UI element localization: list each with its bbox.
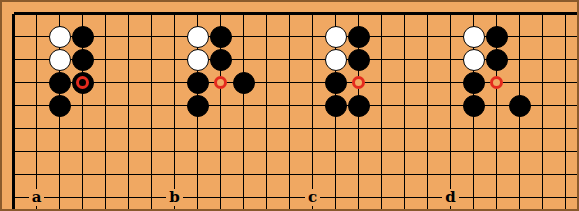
intersection xyxy=(2,163,25,186)
intersection xyxy=(186,48,209,71)
intersection xyxy=(531,25,554,48)
intersection xyxy=(347,2,370,25)
intersection xyxy=(554,48,577,71)
intersection xyxy=(370,94,393,117)
go-board-grid: abcd xyxy=(2,2,577,209)
intersection xyxy=(48,163,71,186)
intersection xyxy=(25,71,48,94)
intersection xyxy=(416,117,439,140)
intersection xyxy=(485,140,508,163)
intersection xyxy=(140,25,163,48)
intersection xyxy=(462,2,485,25)
intersection xyxy=(393,25,416,48)
intersection xyxy=(462,140,485,163)
intersection xyxy=(393,163,416,186)
intersection xyxy=(439,48,462,71)
intersection xyxy=(255,163,278,186)
intersection xyxy=(117,2,140,25)
label-a: a xyxy=(29,189,45,206)
intersection xyxy=(554,140,577,163)
intersection xyxy=(324,140,347,163)
intersection xyxy=(554,71,577,94)
intersection xyxy=(554,186,577,209)
intersection xyxy=(393,117,416,140)
red-circle-marker xyxy=(352,76,365,89)
intersection xyxy=(163,71,186,94)
intersection xyxy=(393,186,416,209)
intersection xyxy=(393,71,416,94)
intersection xyxy=(416,48,439,71)
intersection xyxy=(370,48,393,71)
intersection xyxy=(232,117,255,140)
intersection xyxy=(209,2,232,25)
intersection xyxy=(140,48,163,71)
intersection xyxy=(117,71,140,94)
intersection xyxy=(2,140,25,163)
intersection xyxy=(508,2,531,25)
intersection xyxy=(393,2,416,25)
intersection xyxy=(485,2,508,25)
intersection xyxy=(347,117,370,140)
intersection xyxy=(393,94,416,117)
intersection xyxy=(462,71,485,94)
red-circle-marker xyxy=(214,76,227,89)
intersection xyxy=(393,140,416,163)
intersection xyxy=(370,140,393,163)
intersection xyxy=(531,71,554,94)
intersection: c xyxy=(301,186,324,209)
black-stone xyxy=(348,26,370,48)
intersection xyxy=(370,117,393,140)
intersection xyxy=(508,163,531,186)
intersection xyxy=(186,186,209,209)
intersection xyxy=(301,48,324,71)
intersection xyxy=(163,48,186,71)
intersection xyxy=(71,140,94,163)
intersection xyxy=(140,163,163,186)
intersection xyxy=(255,48,278,71)
intersection xyxy=(301,71,324,94)
intersection xyxy=(71,48,94,71)
intersection xyxy=(71,163,94,186)
intersection xyxy=(508,71,531,94)
red-circle-marker xyxy=(490,76,503,89)
intersection xyxy=(209,25,232,48)
intersection xyxy=(25,2,48,25)
intersection xyxy=(301,2,324,25)
intersection xyxy=(2,48,25,71)
intersection xyxy=(255,2,278,25)
label-b: b xyxy=(166,189,183,206)
black-stone xyxy=(463,95,485,117)
intersection xyxy=(439,140,462,163)
intersection xyxy=(2,117,25,140)
intersection xyxy=(140,71,163,94)
intersection xyxy=(370,25,393,48)
black-stone xyxy=(72,49,94,71)
intersection xyxy=(140,186,163,209)
intersection xyxy=(25,94,48,117)
intersection xyxy=(347,140,370,163)
intersection xyxy=(462,94,485,117)
intersection xyxy=(186,94,209,117)
black-stone xyxy=(509,95,531,117)
intersection xyxy=(71,94,94,117)
go-board-diagram: abcd xyxy=(0,0,579,211)
black-stone xyxy=(463,72,485,94)
intersection xyxy=(278,2,301,25)
intersection xyxy=(255,117,278,140)
black-stone xyxy=(49,72,71,94)
intersection xyxy=(439,163,462,186)
intersection xyxy=(209,94,232,117)
intersection xyxy=(416,71,439,94)
intersection xyxy=(232,71,255,94)
intersection xyxy=(301,163,324,186)
intersection xyxy=(25,48,48,71)
intersection xyxy=(485,25,508,48)
intersection xyxy=(485,163,508,186)
intersection xyxy=(347,48,370,71)
intersection xyxy=(531,48,554,71)
intersection xyxy=(209,140,232,163)
intersection xyxy=(324,186,347,209)
intersection xyxy=(439,117,462,140)
intersection xyxy=(531,94,554,117)
black-stone xyxy=(187,95,209,117)
intersection xyxy=(278,48,301,71)
intersection xyxy=(163,140,186,163)
intersection xyxy=(531,2,554,25)
intersection xyxy=(485,186,508,209)
black-stone xyxy=(348,49,370,71)
intersection xyxy=(2,25,25,48)
intersection xyxy=(531,117,554,140)
intersection xyxy=(232,140,255,163)
white-stone xyxy=(325,26,347,48)
white-stone xyxy=(49,49,71,71)
intersection xyxy=(232,186,255,209)
intersection xyxy=(508,140,531,163)
intersection xyxy=(255,25,278,48)
intersection xyxy=(140,117,163,140)
intersection xyxy=(94,48,117,71)
intersection xyxy=(531,186,554,209)
intersection xyxy=(117,186,140,209)
intersection xyxy=(140,94,163,117)
intersection xyxy=(416,163,439,186)
intersection xyxy=(94,25,117,48)
intersection xyxy=(186,163,209,186)
black-stone xyxy=(210,49,232,71)
intersection xyxy=(94,117,117,140)
black-stone xyxy=(325,72,347,94)
intersection xyxy=(71,25,94,48)
black-stone-red-circle xyxy=(72,72,94,94)
intersection xyxy=(347,163,370,186)
intersection xyxy=(25,163,48,186)
intersection xyxy=(163,25,186,48)
intersection xyxy=(531,140,554,163)
intersection xyxy=(347,25,370,48)
intersection xyxy=(255,186,278,209)
intersection xyxy=(209,117,232,140)
intersection xyxy=(278,25,301,48)
black-stone xyxy=(210,26,232,48)
intersection xyxy=(324,71,347,94)
intersection xyxy=(186,2,209,25)
intersection: d xyxy=(439,186,462,209)
intersection xyxy=(232,2,255,25)
white-stone xyxy=(49,26,71,48)
intersection xyxy=(462,186,485,209)
intersection xyxy=(209,186,232,209)
intersection xyxy=(324,2,347,25)
intersection xyxy=(485,94,508,117)
intersection xyxy=(48,117,71,140)
intersection xyxy=(94,71,117,94)
intersection xyxy=(48,186,71,209)
white-stone xyxy=(325,49,347,71)
intersection xyxy=(485,71,508,94)
intersection xyxy=(324,25,347,48)
intersection xyxy=(347,71,370,94)
intersection xyxy=(255,71,278,94)
intersection xyxy=(439,94,462,117)
intersection xyxy=(163,2,186,25)
black-stone xyxy=(486,49,508,71)
intersection xyxy=(508,117,531,140)
intersection xyxy=(278,163,301,186)
intersection xyxy=(140,140,163,163)
intersection xyxy=(416,186,439,209)
intersection xyxy=(370,163,393,186)
intersection xyxy=(71,2,94,25)
intersection xyxy=(301,117,324,140)
intersection xyxy=(554,117,577,140)
intersection xyxy=(439,2,462,25)
intersection xyxy=(324,163,347,186)
intersection xyxy=(462,163,485,186)
intersection xyxy=(508,186,531,209)
intersection xyxy=(209,48,232,71)
label-d: d xyxy=(442,189,459,206)
intersection: a xyxy=(25,186,48,209)
intersection xyxy=(531,163,554,186)
intersection xyxy=(301,94,324,117)
intersection xyxy=(462,48,485,71)
intersection xyxy=(554,25,577,48)
intersection xyxy=(278,140,301,163)
intersection xyxy=(2,71,25,94)
black-stone xyxy=(325,95,347,117)
intersection xyxy=(117,25,140,48)
intersection xyxy=(324,94,347,117)
intersection xyxy=(232,25,255,48)
intersection xyxy=(301,25,324,48)
intersection xyxy=(324,117,347,140)
intersection xyxy=(255,140,278,163)
intersection xyxy=(94,2,117,25)
black-stone xyxy=(49,95,71,117)
intersection xyxy=(416,140,439,163)
white-stone xyxy=(187,26,209,48)
intersection xyxy=(2,186,25,209)
intersection xyxy=(485,48,508,71)
intersection xyxy=(347,186,370,209)
intersection xyxy=(186,25,209,48)
intersection xyxy=(48,94,71,117)
intersection xyxy=(25,117,48,140)
white-stone xyxy=(463,49,485,71)
intersection xyxy=(163,117,186,140)
intersection xyxy=(278,71,301,94)
intersection xyxy=(485,117,508,140)
intersection xyxy=(416,25,439,48)
intersection xyxy=(186,117,209,140)
intersection xyxy=(71,71,94,94)
intersection xyxy=(117,117,140,140)
intersection xyxy=(301,140,324,163)
intersection xyxy=(71,186,94,209)
intersection xyxy=(117,163,140,186)
intersection xyxy=(416,2,439,25)
intersection xyxy=(209,163,232,186)
intersection xyxy=(554,163,577,186)
intersection xyxy=(48,25,71,48)
intersection xyxy=(508,48,531,71)
intersection xyxy=(439,25,462,48)
intersection xyxy=(94,186,117,209)
intersection xyxy=(2,2,25,25)
black-stone xyxy=(348,95,370,117)
intersection xyxy=(25,25,48,48)
intersection xyxy=(347,94,370,117)
intersection xyxy=(94,140,117,163)
intersection xyxy=(324,48,347,71)
intersection xyxy=(117,48,140,71)
intersection xyxy=(117,94,140,117)
intersection xyxy=(25,140,48,163)
intersection xyxy=(278,94,301,117)
label-c: c xyxy=(305,189,320,206)
intersection xyxy=(508,25,531,48)
intersection xyxy=(508,94,531,117)
intersection xyxy=(48,48,71,71)
intersection xyxy=(278,186,301,209)
intersection xyxy=(209,71,232,94)
intersection xyxy=(370,71,393,94)
intersection xyxy=(416,94,439,117)
black-stone xyxy=(233,72,255,94)
intersection xyxy=(94,94,117,117)
intersection xyxy=(48,71,71,94)
intersection: b xyxy=(163,186,186,209)
black-stone xyxy=(486,26,508,48)
intersection xyxy=(554,94,577,117)
intersection xyxy=(140,2,163,25)
intersection xyxy=(163,94,186,117)
intersection xyxy=(462,117,485,140)
intersection xyxy=(255,94,278,117)
intersection xyxy=(370,2,393,25)
black-stone xyxy=(187,72,209,94)
intersection xyxy=(48,140,71,163)
intersection xyxy=(186,71,209,94)
intersection xyxy=(2,94,25,117)
intersection xyxy=(393,48,416,71)
white-stone xyxy=(187,49,209,71)
white-stone xyxy=(463,26,485,48)
intersection xyxy=(232,94,255,117)
intersection xyxy=(232,163,255,186)
intersection xyxy=(186,140,209,163)
intersection xyxy=(278,117,301,140)
intersection xyxy=(71,117,94,140)
intersection xyxy=(370,186,393,209)
intersection xyxy=(94,163,117,186)
intersection xyxy=(462,25,485,48)
intersection xyxy=(232,48,255,71)
intersection xyxy=(439,71,462,94)
black-stone xyxy=(72,26,94,48)
intersection xyxy=(117,140,140,163)
intersection xyxy=(48,2,71,25)
intersection xyxy=(554,2,577,25)
intersection xyxy=(163,163,186,186)
